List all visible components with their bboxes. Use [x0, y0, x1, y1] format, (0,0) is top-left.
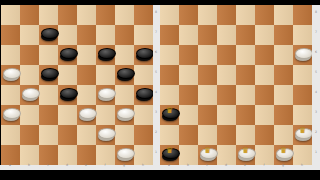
square[interactable] — [217, 25, 236, 45]
square[interactable] — [115, 5, 134, 25]
square[interactable] — [293, 25, 312, 45]
square[interactable] — [1, 65, 20, 85]
square[interactable] — [274, 65, 293, 85]
square[interactable] — [96, 85, 115, 105]
square[interactable] — [217, 105, 236, 125]
square[interactable] — [39, 125, 58, 145]
white-man[interactable] — [117, 148, 133, 161]
square[interactable] — [1, 105, 20, 125]
coordinate-label: 4 — [154, 91, 159, 94]
square[interactable] — [58, 25, 77, 45]
square[interactable] — [77, 45, 96, 65]
square[interactable] — [198, 5, 217, 25]
white-man[interactable] — [3, 108, 19, 121]
square[interactable] — [179, 145, 198, 165]
square[interactable] — [115, 145, 134, 165]
square[interactable] — [217, 45, 236, 65]
square[interactable] — [39, 5, 58, 25]
square[interactable] — [20, 45, 39, 65]
square[interactable] — [134, 25, 153, 45]
square[interactable] — [20, 105, 39, 125]
white-man[interactable] — [3, 68, 19, 81]
crown-icon: ♛ — [200, 146, 216, 156]
black-man[interactable] — [98, 48, 114, 61]
white-man[interactable] — [98, 88, 114, 101]
square[interactable] — [293, 5, 312, 25]
coordinate-label: h — [300, 164, 305, 167]
square[interactable] — [134, 85, 153, 105]
square[interactable] — [274, 85, 293, 105]
square[interactable] — [293, 105, 312, 125]
coordinate-label: g — [281, 164, 286, 167]
square[interactable] — [39, 25, 58, 45]
square[interactable] — [255, 85, 274, 105]
square[interactable] — [96, 65, 115, 85]
coordinate-label: 6 — [154, 51, 159, 54]
square[interactable] — [179, 5, 198, 25]
square[interactable] — [293, 145, 312, 165]
square[interactable] — [58, 145, 77, 165]
square[interactable] — [134, 45, 153, 65]
square[interactable] — [1, 145, 20, 165]
square[interactable] — [115, 105, 134, 125]
square[interactable] — [77, 65, 96, 85]
square[interactable] — [255, 5, 274, 25]
square[interactable] — [274, 5, 293, 25]
square[interactable] — [274, 45, 293, 65]
square[interactable] — [20, 85, 39, 105]
square[interactable] — [236, 125, 255, 145]
coordinate-label: 1 — [314, 151, 319, 154]
square[interactable] — [20, 145, 39, 165]
white-man[interactable] — [79, 108, 95, 121]
square[interactable] — [20, 125, 39, 145]
coordinate-label: f — [262, 164, 267, 167]
square[interactable] — [96, 5, 115, 25]
black-king[interactable]: ♛ — [162, 148, 178, 161]
square[interactable] — [96, 105, 115, 125]
square[interactable] — [236, 85, 255, 105]
coordinate-label: 1 — [154, 151, 159, 154]
square[interactable]: ♛ — [274, 145, 293, 165]
square[interactable] — [198, 65, 217, 85]
square[interactable] — [274, 105, 293, 125]
crown-icon: ♛ — [162, 146, 178, 156]
square[interactable] — [160, 5, 179, 25]
white-king[interactable]: ♛ — [238, 148, 254, 161]
square[interactable] — [217, 65, 236, 85]
coordinate-label: d — [65, 164, 70, 167]
square[interactable] — [217, 85, 236, 105]
white-man[interactable] — [295, 48, 311, 61]
square[interactable] — [39, 85, 58, 105]
coordinate-label: 5 — [314, 71, 319, 74]
square[interactable] — [1, 125, 20, 145]
coordinate-label: e — [84, 164, 89, 167]
coordinate-label: 4 — [314, 91, 319, 94]
square[interactable] — [255, 65, 274, 85]
square[interactable] — [77, 145, 96, 165]
square[interactable] — [198, 45, 217, 65]
square[interactable] — [77, 85, 96, 105]
square[interactable] — [217, 145, 236, 165]
square[interactable] — [255, 45, 274, 65]
video-frame: 87654321 ♛♛♛♛♛♛ 87654321 aabbccddeeffggh… — [0, 0, 320, 180]
square[interactable] — [160, 25, 179, 45]
letterbox-bottom — [0, 170, 320, 180]
square[interactable] — [1, 25, 20, 45]
black-king[interactable]: ♛ — [162, 108, 178, 121]
square[interactable] — [236, 45, 255, 65]
coordinate-label: 2 — [314, 131, 319, 134]
square[interactable] — [236, 25, 255, 45]
coordinate-label: a — [8, 164, 13, 167]
square[interactable] — [39, 45, 58, 65]
coordinate-label: c — [205, 164, 210, 167]
square[interactable] — [134, 65, 153, 85]
coordinate-label: g — [122, 164, 127, 167]
black-man[interactable] — [60, 48, 76, 61]
square[interactable] — [198, 105, 217, 125]
square[interactable] — [293, 45, 312, 65]
square[interactable] — [20, 65, 39, 85]
square[interactable] — [255, 145, 274, 165]
square[interactable] — [160, 85, 179, 105]
square[interactable] — [160, 45, 179, 65]
square[interactable] — [39, 105, 58, 125]
square[interactable] — [179, 45, 198, 65]
square[interactable]: ♛ — [160, 145, 179, 165]
coordinate-label: b — [186, 164, 191, 167]
crown-icon: ♛ — [238, 146, 254, 156]
square[interactable] — [115, 65, 134, 85]
square[interactable] — [77, 5, 96, 25]
coordinate-label: 5 — [154, 71, 159, 74]
square[interactable] — [115, 125, 134, 145]
square[interactable] — [1, 5, 20, 25]
square[interactable] — [134, 5, 153, 25]
square[interactable]: ♛ — [198, 145, 217, 165]
square[interactable] — [77, 25, 96, 45]
coordinate-label: d — [224, 164, 229, 167]
square[interactable] — [236, 105, 255, 125]
white-king[interactable]: ♛ — [276, 148, 292, 161]
square[interactable] — [96, 45, 115, 65]
square[interactable] — [96, 125, 115, 145]
square[interactable] — [274, 125, 293, 145]
square[interactable]: ♛ — [236, 145, 255, 165]
square[interactable] — [134, 105, 153, 125]
square[interactable] — [179, 125, 198, 145]
square[interactable] — [20, 25, 39, 45]
white-man[interactable] — [98, 128, 114, 141]
square[interactable]: ♛ — [293, 125, 312, 145]
black-man[interactable] — [41, 68, 57, 81]
square[interactable] — [115, 25, 134, 45]
crown-icon: ♛ — [162, 106, 178, 116]
square[interactable]: ♛ — [160, 105, 179, 125]
coordinate-label: 2 — [154, 131, 159, 134]
left-board — [1, 5, 153, 165]
black-man[interactable] — [60, 88, 76, 101]
right-board-row-coordinates-strip: 87654321 — [312, 5, 320, 170]
square[interactable] — [58, 85, 77, 105]
coordinate-label: 8 — [314, 11, 319, 14]
square[interactable] — [179, 105, 198, 125]
square[interactable] — [134, 125, 153, 145]
white-man[interactable] — [22, 88, 38, 101]
square[interactable] — [58, 5, 77, 25]
square[interactable] — [236, 5, 255, 25]
coordinate-label: 3 — [314, 111, 319, 114]
square[interactable] — [77, 125, 96, 145]
square[interactable] — [58, 45, 77, 65]
square[interactable] — [115, 85, 134, 105]
square[interactable] — [58, 105, 77, 125]
square[interactable] — [96, 25, 115, 45]
square[interactable] — [255, 125, 274, 145]
black-man[interactable] — [41, 28, 57, 41]
right-board: ♛♛♛♛♛♛ — [160, 5, 312, 165]
square[interactable] — [134, 145, 153, 165]
square[interactable] — [255, 25, 274, 45]
crown-icon: ♛ — [276, 146, 292, 156]
square[interactable] — [160, 125, 179, 145]
coordinate-label: 7 — [154, 31, 159, 34]
crown-icon: ♛ — [295, 126, 311, 136]
white-king[interactable]: ♛ — [200, 148, 216, 161]
square[interactable] — [274, 25, 293, 45]
coordinate-label: h — [141, 164, 146, 167]
coordinate-label: c — [46, 164, 51, 167]
square[interactable] — [293, 85, 312, 105]
coordinate-label: 8 — [154, 11, 159, 14]
square[interactable] — [1, 85, 20, 105]
black-man[interactable] — [136, 48, 152, 61]
square[interactable] — [217, 125, 236, 145]
square[interactable] — [1, 45, 20, 65]
square[interactable] — [236, 65, 255, 85]
white-king[interactable]: ♛ — [295, 128, 311, 141]
square[interactable] — [96, 145, 115, 165]
coordinate-label: a — [167, 164, 172, 167]
square[interactable] — [58, 65, 77, 85]
square[interactable] — [179, 25, 198, 45]
square[interactable] — [198, 85, 217, 105]
square[interactable] — [58, 125, 77, 145]
coordinate-label: f — [103, 164, 108, 167]
square[interactable] — [198, 25, 217, 45]
square[interactable] — [293, 65, 312, 85]
coordinate-label: 7 — [314, 31, 319, 34]
coordinate-label: b — [27, 164, 32, 167]
square[interactable] — [255, 105, 274, 125]
square[interactable] — [39, 145, 58, 165]
square[interactable] — [217, 5, 236, 25]
left-board-row-coordinates-strip: 87654321 — [153, 5, 160, 170]
square[interactable] — [198, 125, 217, 145]
square[interactable] — [77, 105, 96, 125]
coordinate-label: 3 — [154, 111, 159, 114]
square[interactable] — [115, 45, 134, 65]
square[interactable] — [179, 65, 198, 85]
black-man[interactable] — [136, 88, 152, 101]
coordinate-label: 6 — [314, 51, 319, 54]
square[interactable] — [20, 5, 39, 25]
coordinate-label: e — [243, 164, 248, 167]
square[interactable] — [39, 65, 58, 85]
black-man[interactable] — [117, 68, 133, 81]
square[interactable] — [160, 65, 179, 85]
white-man[interactable] — [117, 108, 133, 121]
square[interactable] — [179, 85, 198, 105]
